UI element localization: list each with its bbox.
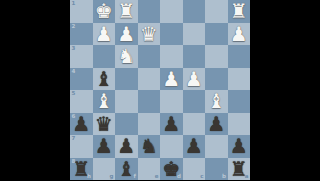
square-d8[interactable]: d♚ — [160, 158, 183, 181]
square-g8[interactable]: g — [93, 158, 116, 181]
page-background: 1♚♜♜2♟♟♛♟3♞4♝♟♟5♝♝6♟♛♟♟7♟♟♞♟♟8h♜gf♝ed♚cb… — [0, 0, 320, 180]
square-c4[interactable]: ♟ — [183, 68, 206, 91]
square-d7[interactable] — [160, 135, 183, 158]
square-c1[interactable] — [183, 0, 206, 23]
piece-black-pawn-a7[interactable]: ♟ — [230, 135, 248, 158]
square-d4[interactable]: ♟ — [160, 68, 183, 91]
piece-white-knight-f3[interactable]: ♞ — [117, 45, 135, 68]
file-label-c: c — [200, 174, 203, 180]
square-c2[interactable] — [183, 23, 206, 46]
piece-white-rook-a1[interactable]: ♜ — [230, 0, 248, 22]
piece-black-pawn-f7[interactable]: ♟ — [117, 135, 135, 158]
square-d3[interactable] — [160, 45, 183, 68]
square-c7[interactable]: ♟ — [183, 135, 206, 158]
piece-black-pawn-h6[interactable]: ♟ — [72, 112, 90, 135]
square-f5[interactable] — [115, 90, 138, 113]
square-b4[interactable] — [205, 68, 228, 91]
square-b5[interactable]: ♝ — [205, 90, 228, 113]
piece-black-pawn-b6[interactable]: ♟ — [207, 112, 225, 135]
square-f8[interactable]: f♝ — [115, 158, 138, 181]
square-b1[interactable] — [205, 0, 228, 23]
square-h6[interactable]: 6♟ — [70, 113, 93, 136]
square-e6[interactable] — [138, 113, 161, 136]
piece-white-pawn-c4[interactable]: ♟ — [185, 67, 203, 90]
square-a6[interactable] — [228, 113, 251, 136]
square-c5[interactable] — [183, 90, 206, 113]
square-f3[interactable]: ♞ — [115, 45, 138, 68]
square-b6[interactable]: ♟ — [205, 113, 228, 136]
square-f7[interactable]: ♟ — [115, 135, 138, 158]
square-e3[interactable] — [138, 45, 161, 68]
file-label-g: g — [110, 174, 114, 180]
square-a4[interactable] — [228, 68, 251, 91]
square-a3[interactable] — [228, 45, 251, 68]
square-g1[interactable]: ♚ — [93, 0, 116, 23]
piece-white-queen-e2[interactable]: ♛ — [140, 22, 158, 45]
rank-label-2: 2 — [72, 24, 76, 30]
piece-white-bishop-g5[interactable]: ♝ — [95, 90, 113, 113]
piece-black-rook-h8[interactable]: ♜ — [72, 157, 90, 180]
piece-black-pawn-c7[interactable]: ♟ — [185, 135, 203, 158]
piece-black-rook-a8[interactable]: ♜ — [230, 157, 248, 180]
square-h4[interactable]: 4 — [70, 68, 93, 91]
piece-black-queen-g6[interactable]: ♛ — [95, 112, 113, 135]
file-label-b: b — [222, 174, 226, 180]
square-f6[interactable] — [115, 113, 138, 136]
square-f2[interactable]: ♟ — [115, 23, 138, 46]
square-c3[interactable] — [183, 45, 206, 68]
piece-black-pawn-g7[interactable]: ♟ — [95, 135, 113, 158]
square-e1[interactable] — [138, 0, 161, 23]
square-a7[interactable]: ♟ — [228, 135, 251, 158]
square-b8[interactable]: b — [205, 158, 228, 181]
rank-label-5: 5 — [72, 91, 76, 97]
square-e4[interactable] — [138, 68, 161, 91]
square-g7[interactable]: ♟ — [93, 135, 116, 158]
square-f1[interactable]: ♜ — [115, 0, 138, 23]
piece-black-bishop-g4[interactable]: ♝ — [95, 67, 113, 90]
piece-white-pawn-d4[interactable]: ♟ — [162, 67, 180, 90]
piece-white-pawn-a2[interactable]: ♟ — [230, 22, 248, 45]
piece-white-bishop-b5[interactable]: ♝ — [207, 90, 225, 113]
piece-black-king-d8[interactable]: ♚ — [162, 157, 180, 180]
rank-label-3: 3 — [72, 46, 76, 52]
rank-label-1: 1 — [72, 1, 76, 7]
square-h3[interactable]: 3 — [70, 45, 93, 68]
square-e2[interactable]: ♛ — [138, 23, 161, 46]
square-b7[interactable] — [205, 135, 228, 158]
piece-white-pawn-f2[interactable]: ♟ — [117, 22, 135, 45]
square-a1[interactable]: ♜ — [228, 0, 251, 23]
rank-label-7: 7 — [72, 136, 76, 142]
piece-black-bishop-f8[interactable]: ♝ — [117, 157, 135, 180]
rank-label-4: 4 — [72, 69, 76, 75]
square-c8[interactable]: c — [183, 158, 206, 181]
square-g6[interactable]: ♛ — [93, 113, 116, 136]
piece-white-rook-f1[interactable]: ♜ — [117, 0, 135, 22]
square-h8[interactable]: 8h♜ — [70, 158, 93, 181]
square-f4[interactable] — [115, 68, 138, 91]
piece-white-king-g1[interactable]: ♚ — [95, 0, 113, 22]
square-h7[interactable]: 7 — [70, 135, 93, 158]
chess-board: 1♚♜♜2♟♟♛♟3♞4♝♟♟5♝♝6♟♛♟♟7♟♟♞♟♟8h♜gf♝ed♚cb… — [70, 0, 250, 180]
square-a8[interactable]: a♜ — [228, 158, 251, 181]
square-g3[interactable] — [93, 45, 116, 68]
piece-black-knight-e7[interactable]: ♞ — [140, 135, 158, 158]
square-b2[interactable] — [205, 23, 228, 46]
square-h2[interactable]: 2 — [70, 23, 93, 46]
square-d1[interactable] — [160, 0, 183, 23]
square-h5[interactable]: 5 — [70, 90, 93, 113]
square-d2[interactable] — [160, 23, 183, 46]
square-c6[interactable] — [183, 113, 206, 136]
square-e7[interactable]: ♞ — [138, 135, 161, 158]
square-e8[interactable]: e — [138, 158, 161, 181]
square-d6[interactable]: ♟ — [160, 113, 183, 136]
square-b3[interactable] — [205, 45, 228, 68]
file-label-e: e — [155, 174, 159, 180]
square-g2[interactable]: ♟ — [93, 23, 116, 46]
square-h1[interactable]: 1 — [70, 0, 93, 23]
square-d5[interactable] — [160, 90, 183, 113]
square-a2[interactable]: ♟ — [228, 23, 251, 46]
piece-black-pawn-d6[interactable]: ♟ — [162, 112, 180, 135]
piece-white-pawn-g2[interactable]: ♟ — [95, 22, 113, 45]
square-g5[interactable]: ♝ — [93, 90, 116, 113]
square-e5[interactable] — [138, 90, 161, 113]
square-g4[interactable]: ♝ — [93, 68, 116, 91]
square-a5[interactable] — [228, 90, 251, 113]
